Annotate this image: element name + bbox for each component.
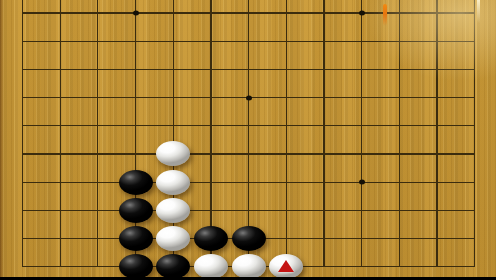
video-frame[interactable] [0, 0, 496, 280]
black-stone [119, 254, 153, 279]
black-stone [194, 226, 228, 251]
white-stone-marked [269, 254, 303, 279]
go-board-stones-layer [4, 0, 494, 280]
black-stone [119, 170, 153, 195]
black-stone [156, 254, 190, 279]
white-stone [232, 254, 266, 279]
black-stone [232, 226, 266, 251]
white-stone [156, 170, 190, 195]
white-stone [156, 226, 190, 251]
white-stone [194, 254, 228, 279]
orange-artifact-mark [383, 4, 387, 26]
black-stone [119, 198, 153, 223]
black-stone [119, 226, 153, 251]
edge-highlight-streak [477, 0, 480, 23]
white-stone [156, 198, 190, 223]
last-move-triangle-marker [278, 260, 294, 272]
white-stone [156, 141, 190, 166]
